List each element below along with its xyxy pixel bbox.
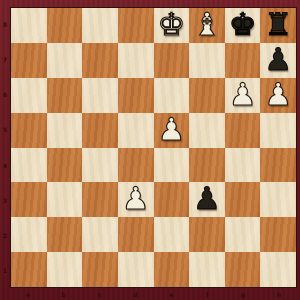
square-b8[interactable] <box>47 8 83 43</box>
square-g4[interactable] <box>225 148 261 183</box>
square-a3[interactable] <box>11 182 47 217</box>
file-labels: abcdefgh <box>10 289 297 300</box>
square-f3[interactable]: ♟ <box>189 182 225 217</box>
square-f5[interactable] <box>189 113 225 148</box>
rank-label-7: 7 <box>0 42 10 77</box>
square-g7[interactable] <box>225 43 261 78</box>
white-pawn[interactable]: ♟ <box>264 79 292 110</box>
file-label-d: d <box>118 289 154 300</box>
file-label-f: f <box>189 289 225 300</box>
square-c7[interactable] <box>82 43 118 78</box>
square-b3[interactable] <box>47 182 83 217</box>
square-h6[interactable]: ♟ <box>260 78 296 113</box>
square-c8[interactable] <box>82 8 118 43</box>
square-d3[interactable]: ♟ <box>118 182 154 217</box>
square-f2[interactable] <box>189 217 225 252</box>
square-a6[interactable] <box>11 78 47 113</box>
square-b4[interactable] <box>47 148 83 183</box>
file-label-h: h <box>261 289 297 300</box>
square-d8[interactable] <box>118 8 154 43</box>
square-a7[interactable] <box>11 43 47 78</box>
square-e3[interactable] <box>154 182 190 217</box>
square-c6[interactable] <box>82 78 118 113</box>
black-pawn[interactable]: ♟ <box>264 44 292 75</box>
square-b1[interactable] <box>47 252 83 287</box>
square-d7[interactable] <box>118 43 154 78</box>
rank-label-8: 8 <box>0 7 10 42</box>
square-e7[interactable] <box>154 43 190 78</box>
square-d1[interactable] <box>118 252 154 287</box>
square-d6[interactable] <box>118 78 154 113</box>
square-c1[interactable] <box>82 252 118 287</box>
square-a4[interactable] <box>11 148 47 183</box>
black-rook[interactable]: ♜ <box>264 9 292 40</box>
square-g3[interactable] <box>225 182 261 217</box>
square-a2[interactable] <box>11 217 47 252</box>
square-h2[interactable] <box>260 217 296 252</box>
square-c2[interactable] <box>82 217 118 252</box>
square-e2[interactable] <box>154 217 190 252</box>
white-pawn[interactable]: ♟ <box>122 183 150 214</box>
square-g2[interactable] <box>225 217 261 252</box>
square-e1[interactable] <box>154 252 190 287</box>
square-f6[interactable] <box>189 78 225 113</box>
square-e4[interactable] <box>154 148 190 183</box>
file-label-c: c <box>82 289 118 300</box>
rank-label-3: 3 <box>0 183 10 218</box>
black-pawn[interactable]: ♟ <box>193 183 221 214</box>
rank-label-6: 6 <box>0 77 10 112</box>
square-a1[interactable] <box>11 252 47 287</box>
square-b2[interactable] <box>47 217 83 252</box>
square-e8[interactable]: ♚ <box>154 8 190 43</box>
file-label-g: g <box>225 289 261 300</box>
square-g6[interactable]: ♟ <box>225 78 261 113</box>
square-a5[interactable] <box>11 113 47 148</box>
square-d5[interactable] <box>118 113 154 148</box>
square-b6[interactable] <box>47 78 83 113</box>
rank-label-5: 5 <box>0 112 10 147</box>
rank-label-4: 4 <box>0 148 10 183</box>
file-label-a: a <box>10 289 46 300</box>
chessboard: ♚♝♚♜♟♟♟♟♟♟ <box>10 7 297 288</box>
square-f4[interactable] <box>189 148 225 183</box>
square-h1[interactable] <box>260 252 296 287</box>
square-d4[interactable] <box>118 148 154 183</box>
white-bishop[interactable]: ♝ <box>193 9 221 40</box>
square-e6[interactable] <box>154 78 190 113</box>
file-label-b: b <box>46 289 82 300</box>
square-g8[interactable]: ♚ <box>225 8 261 43</box>
chess-diagram: 87654321 ♚♝♚♜♟♟♟♟♟♟ abcdefgh <box>0 0 300 300</box>
rank-label-2: 2 <box>0 218 10 253</box>
white-pawn[interactable]: ♟ <box>157 114 185 145</box>
square-h8[interactable]: ♜ <box>260 8 296 43</box>
rank-labels: 87654321 <box>0 7 10 288</box>
square-e5[interactable]: ♟ <box>154 113 190 148</box>
square-c3[interactable] <box>82 182 118 217</box>
square-a8[interactable] <box>11 8 47 43</box>
square-b7[interactable] <box>47 43 83 78</box>
square-h4[interactable] <box>260 148 296 183</box>
square-f7[interactable] <box>189 43 225 78</box>
file-label-e: e <box>154 289 190 300</box>
square-h3[interactable] <box>260 182 296 217</box>
square-g5[interactable] <box>225 113 261 148</box>
square-f8[interactable]: ♝ <box>189 8 225 43</box>
square-h7[interactable]: ♟ <box>260 43 296 78</box>
square-h5[interactable] <box>260 113 296 148</box>
square-c4[interactable] <box>82 148 118 183</box>
square-f1[interactable] <box>189 252 225 287</box>
square-b5[interactable] <box>47 113 83 148</box>
square-d2[interactable] <box>118 217 154 252</box>
black-king[interactable]: ♚ <box>229 9 257 40</box>
square-c5[interactable] <box>82 113 118 148</box>
square-g1[interactable] <box>225 252 261 287</box>
white-king[interactable]: ♚ <box>157 9 185 40</box>
white-pawn[interactable]: ♟ <box>229 79 257 110</box>
rank-label-1: 1 <box>0 253 10 288</box>
